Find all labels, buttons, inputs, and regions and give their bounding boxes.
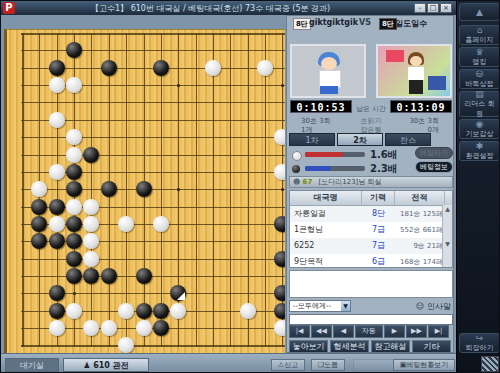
board-line	[21, 155, 285, 156]
avatar-face	[321, 57, 337, 70]
black-stone	[31, 199, 47, 215]
black-odds-bar	[305, 166, 331, 171]
table-cell: 168승 174패	[395, 254, 445, 268]
card-icon: ▤	[475, 89, 484, 99]
time-label: 남은 시간	[351, 104, 391, 114]
playback-last-button[interactable]: ▶|	[428, 325, 449, 338]
white-stone	[66, 77, 82, 93]
avatar-shorts	[320, 86, 338, 94]
record-icon: ◉	[476, 119, 484, 129]
board-line	[21, 33, 285, 35]
chevron-down-icon[interactable]: ▼	[341, 301, 350, 311]
sidebar-item-leaders-member[interactable]: ▤리더스 회원	[459, 91, 500, 117]
resize-grip[interactable]	[481, 356, 499, 372]
greeting-icon: ☺	[416, 302, 424, 311]
sidebar-item-shop[interactable]: ⛁바둑상점	[459, 69, 500, 89]
board-line	[21, 259, 285, 260]
table-cell: 7급	[362, 222, 395, 238]
sidebar: ▲ ⌂홈페이지 ♛랭킹 ⛁바둑상점 ▤리더스 회원 ◉기보감상 ✱환경설정 ↪퇴…	[456, 1, 500, 373]
try-moves-button[interactable]: 놓아보기	[289, 340, 328, 353]
star-point	[73, 292, 76, 295]
sidebar-item-exit[interactable]: ↪퇴장하기	[459, 333, 500, 353]
black-stone	[66, 164, 82, 180]
black-stone	[66, 268, 82, 284]
black-player-name: 일도일수	[395, 18, 427, 29]
chat-input[interactable]	[289, 314, 453, 325]
reference-commentary-button[interactable]: 참고해설	[371, 340, 410, 353]
black-stone	[153, 60, 169, 76]
white-stone	[83, 233, 99, 249]
white-stone	[49, 320, 65, 336]
black-odds-track	[305, 166, 365, 171]
star-point	[281, 188, 284, 191]
white-stone	[118, 337, 134, 353]
table-row[interactable]: 자룡일걸8단181승 125패	[290, 206, 452, 222]
gear-icon: ✱	[476, 141, 484, 151]
black-stone	[66, 251, 82, 267]
white-odds-value: 1.6배	[370, 148, 398, 162]
white-stone	[66, 303, 82, 319]
black-stone	[83, 147, 99, 163]
go-board[interactable]	[4, 29, 285, 353]
board-line	[213, 33, 214, 347]
board-line	[230, 33, 231, 347]
board-line	[126, 33, 127, 347]
table-cell: 자룡일걸	[290, 206, 362, 222]
white-stone	[49, 216, 65, 232]
roster-header-record[interactable]: 전적	[395, 191, 445, 205]
shop-icon: ⛁	[476, 69, 484, 79]
chat-log[interactable]	[289, 270, 453, 298]
help-button[interactable]: ❑도움	[311, 359, 345, 371]
black-stone	[274, 303, 285, 319]
white-stone	[118, 303, 134, 319]
white-stone	[118, 216, 134, 232]
black-stone	[153, 303, 169, 319]
black-clock: 0:13:09	[390, 100, 452, 113]
vs-label: VS	[359, 18, 371, 27]
black-stone	[49, 303, 65, 319]
minimize-button[interactable]: –	[414, 3, 426, 13]
board-line	[21, 137, 285, 138]
black-stone	[274, 285, 285, 301]
player-roster: 대국명 기력 전적 자룡일걸8단181승 125패1큰형님7급552승 661패…	[289, 190, 453, 268]
playback-rewind-button[interactable]: ◀◀	[311, 325, 332, 338]
white-stone	[31, 181, 47, 197]
table-cell: 7급	[362, 238, 395, 254]
sidebar-item-game-records[interactable]: ◉기보감상	[459, 119, 500, 139]
sidebar-item-homepage[interactable]: ⌂홈페이지	[459, 25, 500, 45]
board-line	[248, 33, 249, 347]
table-cell: 9승 21패	[395, 238, 445, 254]
white-clock: 0:10:53	[290, 100, 352, 113]
white-stone	[66, 199, 82, 215]
avatar-scene-block	[386, 50, 404, 62]
white-stone	[170, 303, 186, 319]
board-line	[21, 345, 285, 347]
black-stone	[66, 216, 82, 232]
white-stone	[101, 320, 117, 336]
board-line	[196, 33, 197, 347]
white-stone	[83, 251, 99, 267]
star-point	[281, 84, 284, 87]
avatar-face	[410, 56, 422, 66]
white-stone	[274, 320, 285, 336]
avatar-pants	[409, 80, 423, 94]
right-panel: 8단 giktgiktgik VS 8단 일도일수 0:10:53 남은 시간 …	[286, 15, 454, 353]
betting-tab-1[interactable]: 1차	[289, 133, 335, 146]
roster-scrollbar[interactable]: ▲▼	[442, 205, 452, 268]
app-logo-icon: P	[3, 2, 15, 14]
sidebar-item-ranking[interactable]: ♛랭킹	[459, 47, 500, 67]
etc-button[interactable]: 기타	[412, 340, 451, 353]
game-window: P 【고수1】 610번 대국실 / 베팅대국(호선) 73수 대국중 (5분 …	[0, 0, 500, 373]
table-row[interactable]: 1큰형님7급552승 661패	[290, 222, 452, 238]
white-stone	[136, 320, 152, 336]
black-stone	[274, 251, 285, 267]
chevron-up-icon: ▲	[476, 7, 483, 17]
black-stone	[274, 216, 285, 232]
board-line	[21, 102, 285, 103]
bet-button[interactable]: 베팅하기	[415, 147, 453, 159]
star-point	[177, 188, 180, 191]
betting-info-button[interactable]: 베팅정보	[415, 161, 453, 173]
white-odds-bar	[305, 152, 343, 157]
position-analysis-button[interactable]: 형세분석	[330, 340, 369, 353]
avatar-scene-block2	[428, 76, 446, 90]
table-cell: 1큰형님	[290, 222, 362, 238]
avatar-top	[408, 67, 424, 80]
white-stone	[49, 77, 65, 93]
white-stone	[83, 199, 99, 215]
black-stone	[83, 268, 99, 284]
white-stone	[49, 112, 65, 128]
tab-lobby[interactable]: 대기실	[5, 358, 59, 372]
black-stone	[136, 303, 152, 319]
black-stone	[66, 42, 82, 58]
table-cell: 6252	[290, 238, 362, 254]
black-stone	[153, 320, 169, 336]
black-stone	[101, 60, 117, 76]
table-row[interactable]: 9단목적6급168승 174패	[290, 254, 452, 268]
board-line	[21, 189, 285, 190]
white-stone	[49, 164, 65, 180]
black-stone	[49, 199, 65, 215]
black-stone	[136, 268, 152, 284]
table-cell: 181승 125패	[395, 206, 445, 222]
playback-first-button[interactable]: |◀	[289, 325, 310, 338]
white-stone	[240, 303, 256, 319]
betting-status-button[interactable]: ▣베팅현황보기	[393, 359, 455, 371]
black-stone	[31, 233, 47, 249]
black-stone	[170, 285, 186, 301]
white-stone	[83, 320, 99, 336]
white-player-name: giktgiktgik	[309, 18, 358, 27]
board-line	[161, 33, 162, 347]
white-stone	[66, 129, 82, 145]
close-button[interactable]: ×	[440, 3, 452, 13]
greeting-button[interactable]: ☺ 인사말	[416, 301, 451, 312]
maximize-button[interactable]: □	[427, 3, 439, 13]
black-player-avatar	[376, 44, 452, 98]
table-cell: 8단	[362, 206, 395, 222]
table-cell: 9단목적	[290, 254, 362, 268]
playback-ff-button[interactable]: ▶▶	[406, 325, 427, 338]
board-line	[265, 33, 266, 347]
betting-tab-chance[interactable]: 찬스	[385, 133, 431, 146]
black-stone	[31, 216, 47, 232]
pawn-icon: ♟	[83, 361, 90, 370]
person-icon: ☻	[293, 178, 300, 186]
playback-auto-button[interactable]: 자동	[355, 325, 383, 338]
tab-game-room[interactable]: ♟ 610 관전	[63, 358, 149, 372]
playback-back-button[interactable]: ◀	[333, 325, 354, 338]
board-line	[21, 276, 285, 277]
black-stone	[101, 181, 117, 197]
black-stone	[49, 233, 65, 249]
black-stone	[66, 233, 82, 249]
window-title: 【고수1】 610번 대국실 / 베팅대국(호선) 73수 대국중 (5분 경과…	[91, 3, 421, 14]
roster-header-name[interactable]: 대국명	[290, 191, 362, 205]
black-stone	[101, 268, 117, 284]
table-cell: 552승 661패	[395, 222, 445, 238]
white-stone	[205, 60, 221, 76]
table-row[interactable]: 62527급9승 21패	[290, 238, 452, 254]
white-stone	[274, 164, 285, 180]
black-stone	[49, 60, 65, 76]
sidebar-collapse-button[interactable]: ▲	[459, 3, 500, 21]
report-button[interactable]: ⚠신고	[271, 359, 305, 371]
bottom-bar: 대기실 ♟ 610 관전 ⚠신고 ❑도움 ▣베팅현황보기	[1, 353, 456, 373]
home-icon: ⌂	[477, 25, 483, 35]
board-line	[91, 33, 92, 347]
room-message: [도다리123]님 퇴실	[319, 178, 382, 186]
roster-body: 자룡일걸8단181승 125패1큰형님7급552승 661패62527급9승 2…	[290, 206, 452, 268]
white-stone	[257, 60, 273, 76]
playback-forward-button[interactable]: ▶	[384, 325, 405, 338]
black-odds-value: 2.3배	[370, 162, 398, 176]
room-user-count: 67	[303, 178, 313, 186]
exit-icon: ↪	[476, 333, 484, 343]
white-odds-track	[305, 152, 365, 157]
black-stone	[136, 181, 152, 197]
roster-header-rank[interactable]: 기력	[362, 191, 395, 205]
white-stone	[66, 147, 82, 163]
title-bar: P 【고수1】 610번 대국실 / 베팅대국(호선) 73수 대국중 (5분 …	[1, 1, 456, 15]
black-stone	[49, 285, 65, 301]
board-line	[22, 33, 24, 347]
betting-tab-2[interactable]: 2차	[337, 133, 383, 146]
board-line	[21, 50, 285, 51]
sidebar-item-settings[interactable]: ✱환경설정	[459, 141, 500, 161]
trophy-icon: ♛	[475, 47, 483, 57]
white-stone	[153, 216, 169, 232]
last-move-marker	[177, 292, 185, 300]
white-player-avatar	[290, 44, 366, 98]
black-stone	[66, 181, 82, 197]
room-status-bar: ☻ 67 [도다리123]님 퇴실	[289, 176, 453, 188]
black-stone-icon	[292, 165, 300, 173]
white-stone-icon	[292, 151, 302, 161]
star-point	[177, 84, 180, 87]
white-stone	[83, 216, 99, 232]
table-cell: 6급	[362, 254, 395, 268]
white-stone	[274, 129, 285, 145]
